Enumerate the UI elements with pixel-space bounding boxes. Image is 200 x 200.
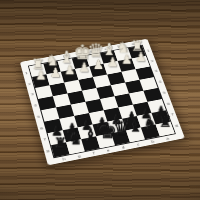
rank-label: 3 [30,92,34,96]
file-label: b [151,139,155,143]
white-pawn-piece: ♟ [120,53,135,66]
file-label: h [62,157,66,162]
black-knight-piece: ♞ [68,132,84,148]
white-pawn-piece: ♟ [105,56,120,69]
square-g2: ♟ [46,72,64,85]
black-bishop-piece: ♝ [83,127,99,144]
rank-label: 2 [28,82,32,86]
white-pawn-piece: ♟ [62,64,77,77]
wood-table-background: hgfedcba hgfedcba 12345678 12345678 ♜♞♝♚… [0,0,200,200]
rank-label: 2 [150,59,154,63]
square-g4 [53,93,71,107]
white-pawn-piece: ♟ [134,50,149,63]
file-label: a [166,136,170,140]
file-label: f [92,151,95,155]
rank-label: 7 [43,137,47,141]
black-rook-piece: ♜ [158,115,173,130]
square-g8: ♞ [66,139,85,154]
rank-label: 1 [25,71,29,75]
white-pawn-piece: ♟ [91,58,106,71]
black-king-piece: ♚ [98,120,113,141]
square-a8: ♜ [156,122,175,137]
black-rook-piece: ♜ [53,135,69,150]
file-label: e [106,148,110,153]
black-knight-piece: ♞ [143,117,158,132]
square-f4 [67,91,85,105]
white-pawn-piece: ♟ [48,66,63,79]
square-h8: ♜ [51,142,70,157]
square-f8: ♝ [81,136,100,151]
rank-label: 4 [158,80,162,84]
file-label: d [121,145,125,150]
rank-label: 6 [40,126,44,130]
file-label: g [77,154,81,159]
rank-label: 5 [37,115,41,119]
rank-label: 5 [162,90,166,94]
rank-label: 8 [46,149,50,154]
rank-label: 4 [33,103,37,107]
square-d4 [96,85,114,99]
square-e8: ♚ [96,133,115,148]
file-label: c [136,142,140,146]
vinyl-chess-mat: hgfedcba hgfedcba 12345678 12345678 ♜♞♝♚… [20,39,185,166]
photo-scene: hgfedcba hgfedcba 12345678 12345678 ♜♞♝♚… [0,0,200,200]
white-pawn-piece: ♟ [34,69,49,82]
rank-label: 8 [175,124,179,128]
white-pawn-piece: ♟ [77,61,92,74]
rank-label: 3 [154,69,158,73]
